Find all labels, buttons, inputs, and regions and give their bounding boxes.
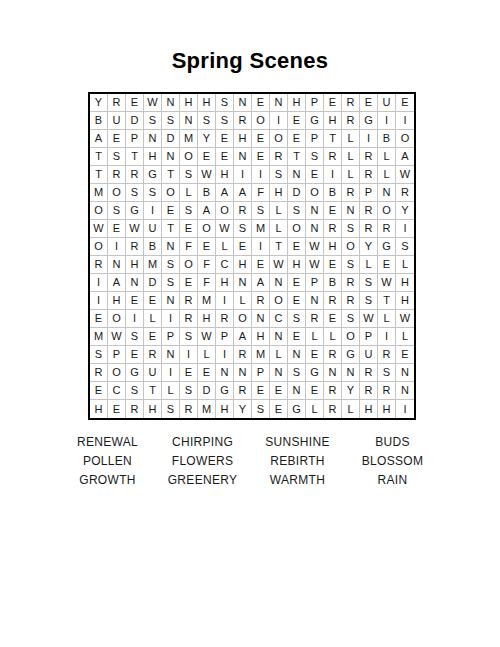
grid-cell[interactable]: R [342, 184, 360, 202]
grid-cell[interactable]: T [126, 148, 144, 166]
grid-cell[interactable]: I [270, 112, 288, 130]
grid-cell[interactable]: N [288, 166, 306, 184]
grid-cell[interactable]: N [180, 112, 198, 130]
grid-cell[interactable]: H [180, 94, 198, 112]
grid-cell[interactable]: P [306, 130, 324, 148]
grid-cell[interactable]: W [396, 166, 414, 184]
grid-cell[interactable]: E [252, 382, 270, 400]
grid-cell[interactable]: H [396, 292, 414, 310]
grid-cell[interactable]: G [126, 202, 144, 220]
grid-cell[interactable]: E [288, 274, 306, 292]
grid-cell[interactable]: H [216, 166, 234, 184]
grid-cell[interactable]: U [360, 346, 378, 364]
grid-cell[interactable]: M [198, 292, 216, 310]
grid-cell[interactable]: S [126, 382, 144, 400]
grid-cell[interactable]: H [324, 112, 342, 130]
grid-cell[interactable]: I [324, 166, 342, 184]
grid-cell[interactable]: M [252, 346, 270, 364]
grid-cell[interactable]: E [144, 328, 162, 346]
grid-cell[interactable]: E [306, 346, 324, 364]
grid-cell[interactable]: E [216, 148, 234, 166]
grid-cell[interactable]: H [234, 256, 252, 274]
grid-cell[interactable]: S [360, 292, 378, 310]
grid-cell[interactable]: C [270, 310, 288, 328]
grid-cell[interactable]: S [360, 274, 378, 292]
grid-cell[interactable]: E [360, 94, 378, 112]
grid-cell[interactable]: L [306, 400, 324, 418]
grid-cell[interactable]: H [288, 256, 306, 274]
grid-cell[interactable]: F [198, 256, 216, 274]
grid-cell[interactable]: H [396, 274, 414, 292]
grid-cell[interactable]: O [306, 184, 324, 202]
grid-cell[interactable]: E [288, 292, 306, 310]
grid-cell[interactable]: I [216, 292, 234, 310]
grid-cell[interactable]: H [108, 292, 126, 310]
grid-cell[interactable]: S [252, 400, 270, 418]
grid-cell[interactable]: N [288, 382, 306, 400]
grid-cell[interactable]: N [144, 130, 162, 148]
grid-cell[interactable]: R [180, 292, 198, 310]
grid-cell[interactable]: R [324, 292, 342, 310]
grid-cell[interactable]: S [378, 364, 396, 382]
grid-cell[interactable]: E [324, 256, 342, 274]
grid-cell[interactable]: L [144, 310, 162, 328]
grid-cell[interactable]: C [108, 382, 126, 400]
grid-cell[interactable]: N [270, 328, 288, 346]
grid-cell[interactable]: S [306, 148, 324, 166]
grid-cell[interactable]: R [234, 112, 252, 130]
grid-cell[interactable]: I [162, 364, 180, 382]
grid-cell[interactable]: L [270, 346, 288, 364]
grid-cell[interactable]: S [288, 364, 306, 382]
grid-cell[interactable]: S [198, 112, 216, 130]
grid-cell[interactable]: I [252, 166, 270, 184]
grid-cell[interactable]: O [378, 202, 396, 220]
grid-cell[interactable]: O [396, 130, 414, 148]
grid-cell[interactable]: E [324, 310, 342, 328]
grid-cell[interactable]: E [252, 94, 270, 112]
grid-cell[interactable]: T [378, 292, 396, 310]
grid-cell[interactable]: L [342, 130, 360, 148]
grid-cell[interactable]: E [216, 130, 234, 148]
grid-cell[interactable]: E [198, 148, 216, 166]
grid-cell[interactable]: B [324, 274, 342, 292]
grid-cell[interactable]: W [306, 256, 324, 274]
grid-cell[interactable]: R [144, 346, 162, 364]
grid-cell[interactable]: T [288, 148, 306, 166]
grid-cell[interactable]: R [324, 382, 342, 400]
grid-cell[interactable]: Y [360, 238, 378, 256]
grid-cell[interactable]: S [234, 220, 252, 238]
grid-cell[interactable]: E [288, 238, 306, 256]
grid-cell[interactable]: T [144, 382, 162, 400]
grid-cell[interactable]: L [396, 328, 414, 346]
grid-cell[interactable]: O [270, 130, 288, 148]
grid-cell[interactable]: S [162, 400, 180, 418]
grid-cell[interactable]: R [342, 274, 360, 292]
grid-cell[interactable]: S [90, 346, 108, 364]
grid-cell[interactable]: R [234, 346, 252, 364]
grid-cell[interactable]: M [90, 328, 108, 346]
grid-cell[interactable]: R [180, 310, 198, 328]
grid-cell[interactable]: T [270, 238, 288, 256]
grid-cell[interactable]: E [198, 364, 216, 382]
grid-cell[interactable]: N [396, 364, 414, 382]
grid-cell[interactable]: I [360, 130, 378, 148]
grid-cell[interactable]: G [342, 346, 360, 364]
grid-cell[interactable]: A [396, 148, 414, 166]
grid-cell[interactable]: G [306, 112, 324, 130]
grid-cell[interactable]: R [180, 400, 198, 418]
grid-cell[interactable]: H [288, 94, 306, 112]
grid-cell[interactable]: D [162, 130, 180, 148]
grid-cell[interactable]: S [216, 94, 234, 112]
grid-cell[interactable]: P [162, 328, 180, 346]
grid-cell[interactable]: E [396, 346, 414, 364]
grid-cell[interactable]: L [180, 184, 198, 202]
grid-cell[interactable]: S [162, 256, 180, 274]
grid-cell[interactable]: B [324, 184, 342, 202]
grid-cell[interactable]: A [108, 274, 126, 292]
grid-cell[interactable]: O [288, 220, 306, 238]
grid-cell[interactable]: S [180, 202, 198, 220]
grid-cell[interactable]: E [108, 220, 126, 238]
grid-cell[interactable]: R [360, 364, 378, 382]
grid-cell[interactable]: R [378, 346, 396, 364]
grid-cell[interactable]: R [306, 310, 324, 328]
grid-cell[interactable]: S [342, 256, 360, 274]
grid-cell[interactable]: S [108, 148, 126, 166]
grid-cell[interactable]: G [126, 364, 144, 382]
grid-cell[interactable]: E [234, 238, 252, 256]
grid-cell[interactable]: N [306, 220, 324, 238]
grid-cell[interactable]: W [108, 328, 126, 346]
grid-cell[interactable]: I [180, 346, 198, 364]
grid-cell[interactable]: F [180, 238, 198, 256]
grid-cell[interactable]: E [252, 130, 270, 148]
grid-cell[interactable]: R [360, 148, 378, 166]
grid-cell[interactable]: E [288, 112, 306, 130]
grid-cell[interactable]: C [216, 256, 234, 274]
grid-cell[interactable]: H [144, 400, 162, 418]
grid-cell[interactable]: N [126, 274, 144, 292]
grid-cell[interactable]: L [396, 256, 414, 274]
grid-cell[interactable]: N [162, 292, 180, 310]
grid-cell[interactable]: S [288, 310, 306, 328]
grid-cell[interactable]: N [378, 184, 396, 202]
grid-cell[interactable]: E [270, 382, 288, 400]
grid-cell[interactable]: R [234, 382, 252, 400]
grid-cell[interactable]: I [162, 310, 180, 328]
grid-cell[interactable]: O [180, 256, 198, 274]
grid-cell[interactable]: I [234, 166, 252, 184]
grid-cell[interactable]: R [342, 292, 360, 310]
grid-cell[interactable]: E [108, 400, 126, 418]
grid-cell[interactable]: E [252, 256, 270, 274]
grid-cell[interactable]: S [216, 112, 234, 130]
grid-cell[interactable]: W [198, 328, 216, 346]
grid-cell[interactable]: E [180, 274, 198, 292]
grid-cell[interactable]: S [180, 328, 198, 346]
grid-cell[interactable]: W [126, 220, 144, 238]
grid-cell[interactable]: A [198, 202, 216, 220]
grid-cell[interactable]: R [126, 166, 144, 184]
grid-cell[interactable]: O [342, 328, 360, 346]
grid-cell[interactable]: W [360, 310, 378, 328]
grid-cell[interactable]: I [108, 238, 126, 256]
grid-cell[interactable]: O [216, 202, 234, 220]
grid-cell[interactable]: E [306, 382, 324, 400]
grid-cell[interactable]: L [198, 346, 216, 364]
grid-cell[interactable]: I [144, 202, 162, 220]
grid-cell[interactable]: N [234, 94, 252, 112]
grid-cell[interactable]: S [342, 220, 360, 238]
grid-cell[interactable]: D [198, 382, 216, 400]
grid-cell[interactable]: G [144, 166, 162, 184]
grid-cell[interactable]: N [162, 346, 180, 364]
grid-cell[interactable]: R [90, 256, 108, 274]
grid-cell[interactable]: L [324, 328, 342, 346]
grid-cell[interactable]: I [90, 274, 108, 292]
grid-cell[interactable]: B [198, 184, 216, 202]
grid-cell[interactable]: A [252, 274, 270, 292]
grid-cell[interactable]: R [270, 148, 288, 166]
grid-cell[interactable]: S [180, 166, 198, 184]
grid-cell[interactable]: N [234, 274, 252, 292]
grid-cell[interactable]: P [360, 184, 378, 202]
grid-cell[interactable]: A [234, 184, 252, 202]
grid-cell[interactable]: O [108, 310, 126, 328]
grid-cell[interactable]: W [90, 220, 108, 238]
grid-cell[interactable]: H [126, 256, 144, 274]
grid-cell[interactable]: E [180, 364, 198, 382]
grid-cell[interactable]: P [360, 328, 378, 346]
grid-cell[interactable]: O [198, 220, 216, 238]
grid-cell[interactable]: N [288, 346, 306, 364]
grid-cell[interactable]: O [270, 292, 288, 310]
grid-cell[interactable]: E [288, 130, 306, 148]
grid-cell[interactable]: D [144, 274, 162, 292]
grid-cell[interactable]: E [126, 346, 144, 364]
grid-cell[interactable]: R [126, 238, 144, 256]
grid-cell[interactable]: E [324, 202, 342, 220]
grid-cell[interactable]: N [108, 256, 126, 274]
grid-cell[interactable]: E [252, 148, 270, 166]
grid-cell[interactable]: I [216, 346, 234, 364]
grid-cell[interactable]: O [108, 364, 126, 382]
grid-cell[interactable]: N [306, 202, 324, 220]
grid-cell[interactable]: Y [234, 400, 252, 418]
grid-cell[interactable]: R [396, 184, 414, 202]
grid-cell[interactable]: L [378, 310, 396, 328]
grid-cell[interactable]: E [108, 130, 126, 148]
grid-cell[interactable]: A [216, 184, 234, 202]
grid-cell[interactable]: D [126, 112, 144, 130]
grid-cell[interactable]: S [270, 166, 288, 184]
grid-cell[interactable]: E [144, 292, 162, 310]
grid-cell[interactable]: E [90, 310, 108, 328]
grid-cell[interactable]: S [252, 202, 270, 220]
grid-cell[interactable]: R [324, 220, 342, 238]
grid-cell[interactable]: L [162, 382, 180, 400]
grid-cell[interactable]: I [396, 400, 414, 418]
grid-cell[interactable]: I [126, 310, 144, 328]
grid-cell[interactable]: G [378, 238, 396, 256]
grid-cell[interactable]: M [180, 130, 198, 148]
grid-cell[interactable]: I [378, 328, 396, 346]
grid-cell[interactable]: H [360, 400, 378, 418]
grid-cell[interactable]: N [252, 310, 270, 328]
grid-cell[interactable]: N [396, 382, 414, 400]
grid-cell[interactable]: H [234, 130, 252, 148]
grid-cell[interactable]: M [198, 400, 216, 418]
grid-cell[interactable]: W [144, 94, 162, 112]
grid-cell[interactable]: F [198, 274, 216, 292]
grid-cell[interactable]: S [126, 184, 144, 202]
grid-cell[interactable]: T [324, 130, 342, 148]
grid-cell[interactable]: S [108, 202, 126, 220]
grid-cell[interactable]: O [342, 238, 360, 256]
grid-cell[interactable]: L [342, 148, 360, 166]
grid-cell[interactable]: O [108, 184, 126, 202]
grid-cell[interactable]: M [144, 256, 162, 274]
grid-cell[interactable]: R [108, 166, 126, 184]
grid-cell[interactable]: N [162, 94, 180, 112]
grid-cell[interactable]: S [126, 328, 144, 346]
grid-cell[interactable]: N [162, 148, 180, 166]
grid-cell[interactable]: R [342, 94, 360, 112]
grid-cell[interactable]: B [378, 130, 396, 148]
grid-cell[interactable]: L [378, 148, 396, 166]
grid-cell[interactable]: H [378, 400, 396, 418]
grid-cell[interactable]: E [378, 256, 396, 274]
grid-cell[interactable]: N [342, 202, 360, 220]
grid-cell[interactable]: R [126, 400, 144, 418]
grid-cell[interactable]: G [360, 112, 378, 130]
grid-cell[interactable]: R [108, 94, 126, 112]
grid-cell[interactable]: P [306, 274, 324, 292]
grid-cell[interactable]: N [324, 364, 342, 382]
grid-cell[interactable]: R [90, 364, 108, 382]
grid-cell[interactable]: R [342, 112, 360, 130]
grid-cell[interactable]: H [270, 184, 288, 202]
grid-cell[interactable]: R [216, 310, 234, 328]
grid-cell[interactable]: W [396, 310, 414, 328]
grid-cell[interactable]: R [234, 202, 252, 220]
grid-cell[interactable]: U [144, 364, 162, 382]
grid-cell[interactable]: T [162, 220, 180, 238]
grid-cell[interactable]: R [378, 220, 396, 238]
grid-cell[interactable]: D [288, 184, 306, 202]
grid-cell[interactable]: L [342, 166, 360, 184]
grid-cell[interactable]: W [306, 238, 324, 256]
grid-cell[interactable]: W [198, 166, 216, 184]
grid-cell[interactable]: F [252, 184, 270, 202]
grid-cell[interactable]: H [144, 148, 162, 166]
grid-cell[interactable]: A [234, 328, 252, 346]
grid-cell[interactable]: H [216, 274, 234, 292]
grid-cell[interactable]: I [90, 292, 108, 310]
grid-cell[interactable]: P [108, 346, 126, 364]
grid-cell[interactable]: R [360, 166, 378, 184]
grid-cell[interactable]: U [108, 112, 126, 130]
grid-cell[interactable]: O [162, 184, 180, 202]
grid-cell[interactable]: H [324, 238, 342, 256]
grid-cell[interactable]: E [306, 166, 324, 184]
grid-cell[interactable]: E [162, 202, 180, 220]
grid-cell[interactable]: R [360, 220, 378, 238]
grid-cell[interactable]: S [180, 382, 198, 400]
grid-cell[interactable]: L [306, 328, 324, 346]
grid-cell[interactable]: G [288, 400, 306, 418]
grid-cell[interactable]: E [324, 94, 342, 112]
grid-cell[interactable]: L [270, 202, 288, 220]
grid-cell[interactable]: E [126, 94, 144, 112]
grid-cell[interactable]: I [396, 112, 414, 130]
grid-cell[interactable]: P [216, 328, 234, 346]
grid-cell[interactable]: H [216, 400, 234, 418]
grid-cell[interactable]: R [378, 382, 396, 400]
grid-cell[interactable]: B [144, 238, 162, 256]
grid-cell[interactable]: E [126, 292, 144, 310]
grid-cell[interactable]: S [396, 238, 414, 256]
grid-cell[interactable]: T [162, 166, 180, 184]
grid-cell[interactable]: W [270, 256, 288, 274]
grid-cell[interactable]: P [306, 94, 324, 112]
grid-cell[interactable]: S [288, 202, 306, 220]
grid-cell[interactable]: Y [90, 94, 108, 112]
grid-cell[interactable]: L [234, 292, 252, 310]
grid-cell[interactable]: T [90, 148, 108, 166]
grid-cell[interactable]: E [180, 220, 198, 238]
grid-cell[interactable]: R [252, 292, 270, 310]
grid-cell[interactable]: N [270, 364, 288, 382]
grid-cell[interactable]: O [252, 112, 270, 130]
grid-cell[interactable]: T [90, 166, 108, 184]
grid-cell[interactable]: B [90, 112, 108, 130]
grid-cell[interactable]: R [360, 202, 378, 220]
grid-cell[interactable]: H [198, 94, 216, 112]
grid-cell[interactable]: S [342, 310, 360, 328]
grid-cell[interactable]: E [396, 94, 414, 112]
grid-cell[interactable]: N [270, 94, 288, 112]
grid-cell[interactable]: L [216, 238, 234, 256]
grid-cell[interactable]: L [342, 400, 360, 418]
grid-cell[interactable]: H [252, 328, 270, 346]
grid-cell[interactable]: P [126, 130, 144, 148]
grid-cell[interactable]: G [216, 382, 234, 400]
grid-cell[interactable]: N [216, 364, 234, 382]
grid-cell[interactable]: E [288, 328, 306, 346]
grid-cell[interactable]: R [324, 400, 342, 418]
grid-cell[interactable]: M [90, 184, 108, 202]
grid-cell[interactable]: P [252, 364, 270, 382]
grid-cell[interactable]: L [378, 166, 396, 184]
grid-cell[interactable]: N [270, 274, 288, 292]
grid-cell[interactable]: N [306, 292, 324, 310]
grid-cell[interactable]: I [396, 220, 414, 238]
grid-cell[interactable]: E [90, 382, 108, 400]
grid-cell[interactable]: R [360, 382, 378, 400]
grid-cell[interactable]: H [90, 400, 108, 418]
grid-cell[interactable]: H [198, 310, 216, 328]
grid-cell[interactable]: O [90, 238, 108, 256]
grid-cell[interactable]: O [180, 148, 198, 166]
grid-cell[interactable]: Y [342, 382, 360, 400]
grid-cell[interactable]: A [90, 130, 108, 148]
grid-cell[interactable]: N [342, 364, 360, 382]
grid-cell[interactable]: I [252, 238, 270, 256]
